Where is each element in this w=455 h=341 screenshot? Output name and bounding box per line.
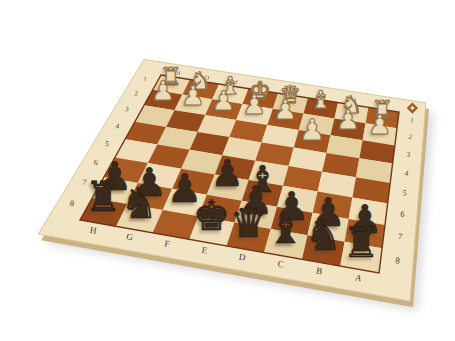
far-file-label-C: C <box>322 93 327 99</box>
chessboard: HGFEDCBA1234567812345678HGFEDCBA <box>0 0 455 341</box>
far-file-label-B: B <box>352 97 357 103</box>
chessboard-photo: HGFEDCBA1234567812345678HGFEDCBA ♜♞♝♛♚♝♞… <box>0 0 455 341</box>
